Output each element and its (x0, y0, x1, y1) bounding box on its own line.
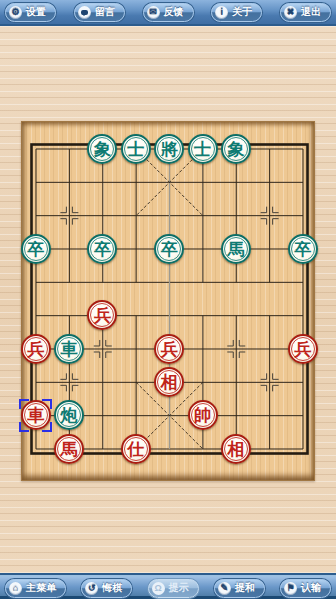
piece-red-兵[interactable]: 兵 (154, 334, 184, 364)
piece-red-帥[interactable]: 帥 (188, 400, 218, 430)
mail-icon: ✉ (147, 6, 160, 19)
message-label: 留言 (95, 5, 115, 19)
undo-move-button[interactable]: ↺ 悔棋 (81, 579, 132, 598)
piece-red-馬[interactable]: 馬 (54, 434, 84, 464)
about-button[interactable]: i 关于 (211, 3, 262, 22)
info-glyph: i (220, 6, 223, 19)
settings-label: 设置 (26, 5, 46, 19)
piece-glyph: 帥 (194, 400, 211, 430)
hint-label: 提示 (169, 581, 189, 595)
resign-button[interactable]: ⚑ 认输 (280, 579, 331, 598)
piece-red-兵[interactable]: 兵 (87, 300, 117, 330)
piece-glyph: 象 (94, 134, 111, 164)
feedback-button[interactable]: ✉ 反馈 (143, 3, 194, 22)
board-panel: 象士將士象卒卒卒馬卒兵兵車兵兵相車炮帥馬仕相 (21, 121, 315, 481)
piece-glyph: 將 (161, 134, 178, 164)
bottom-toolbar: ⌂ 主菜单 ↺ 悔棋 Ω 提示 ✎ 提和 ⚑ 认输 (0, 575, 336, 599)
flag-glyph: ⚑ (286, 582, 294, 595)
piece-black-炮[interactable]: 炮 (54, 400, 84, 430)
piece-glyph: 車 (61, 334, 78, 364)
piece-red-兵[interactable]: 兵 (21, 334, 51, 364)
piece-black-象[interactable]: 象 (87, 134, 117, 164)
piece-red-車[interactable]: 車 (21, 400, 51, 430)
piece-glyph: 兵 (94, 300, 111, 330)
piece-glyph: 相 (161, 367, 178, 397)
piece-glyph: 卒 (27, 234, 44, 264)
feedback-label: 反馈 (164, 5, 184, 19)
gear-icon: ⚙ (9, 6, 22, 19)
piece-glyph: 兵 (27, 334, 44, 364)
offer-draw-button[interactable]: ✎ 提和 (214, 579, 265, 598)
bell-glyph: Ω (154, 582, 161, 595)
piece-glyph: 仕 (127, 434, 144, 464)
chat-bubble-shape (81, 10, 88, 15)
piece-glyph: 卒 (94, 234, 111, 264)
piece-black-車[interactable]: 車 (54, 334, 84, 364)
piece-black-士[interactable]: 士 (121, 134, 151, 164)
message-button[interactable]: 留言 (74, 3, 125, 22)
top-toolbar: ⚙ 设置 留言 ✉ 反馈 i 关于 ✖ 退出 (0, 0, 336, 26)
mail-glyph: ✉ (149, 6, 157, 19)
piece-black-象[interactable]: 象 (221, 134, 251, 164)
info-icon: i (215, 6, 228, 19)
piece-glyph: 卒 (161, 234, 178, 264)
home-icon: ⌂ (9, 582, 22, 595)
piece-black-將[interactable]: 將 (154, 134, 184, 164)
piece-black-士[interactable]: 士 (188, 134, 218, 164)
home-glyph: ⌂ (13, 582, 18, 595)
offer-draw-label: 提和 (235, 581, 255, 595)
piece-glyph: 相 (227, 434, 244, 464)
piece-glyph: 象 (227, 134, 244, 164)
exit-button[interactable]: ✖ 退出 (280, 3, 331, 22)
undo-icon: ↺ (85, 582, 98, 595)
bell-icon: Ω (152, 582, 165, 595)
piece-glyph: 兵 (161, 334, 178, 364)
piece-glyph: 馬 (227, 234, 244, 264)
flag-icon: ⚑ (284, 582, 297, 595)
piece-black-馬[interactable]: 馬 (221, 234, 251, 264)
piece-red-兵[interactable]: 兵 (288, 334, 318, 364)
close-icon: ✖ (284, 6, 297, 19)
undo-move-label: 悔棋 (102, 581, 122, 595)
undo-glyph: ↺ (88, 582, 96, 595)
piece-red-相[interactable]: 相 (154, 367, 184, 397)
piece-glyph: 卒 (294, 234, 311, 264)
piece-black-卒[interactable]: 卒 (154, 234, 184, 264)
close-glyph: ✖ (287, 6, 295, 19)
piece-glyph: 炮 (61, 400, 78, 430)
piece-black-卒[interactable]: 卒 (21, 234, 51, 264)
piece-glyph: 車 (27, 400, 44, 430)
pencil-glyph: ✎ (220, 582, 228, 595)
main-menu-button[interactable]: ⌂ 主菜单 (5, 579, 66, 598)
piece-black-卒[interactable]: 卒 (87, 234, 117, 264)
exit-label: 退出 (301, 5, 321, 19)
gear-glyph: ⚙ (11, 6, 19, 19)
piece-glyph: 士 (194, 134, 211, 164)
piece-red-相[interactable]: 相 (221, 434, 251, 464)
about-label: 关于 (232, 5, 252, 19)
chat-bubble-icon (78, 6, 91, 19)
piece-glyph: 兵 (294, 334, 311, 364)
piece-black-卒[interactable]: 卒 (288, 234, 318, 264)
pencil-icon: ✎ (218, 582, 231, 595)
settings-button[interactable]: ⚙ 设置 (5, 3, 56, 22)
piece-glyph: 馬 (61, 434, 78, 464)
main-menu-label: 主菜单 (26, 581, 56, 595)
piece-glyph: 士 (127, 134, 144, 164)
hint-button: Ω 提示 (148, 579, 199, 598)
board[interactable]: 象士將士象卒卒卒馬卒兵兵車兵兵相車炮帥馬仕相 (19, 132, 319, 465)
piece-red-仕[interactable]: 仕 (121, 434, 151, 464)
resign-label: 认输 (301, 581, 321, 595)
